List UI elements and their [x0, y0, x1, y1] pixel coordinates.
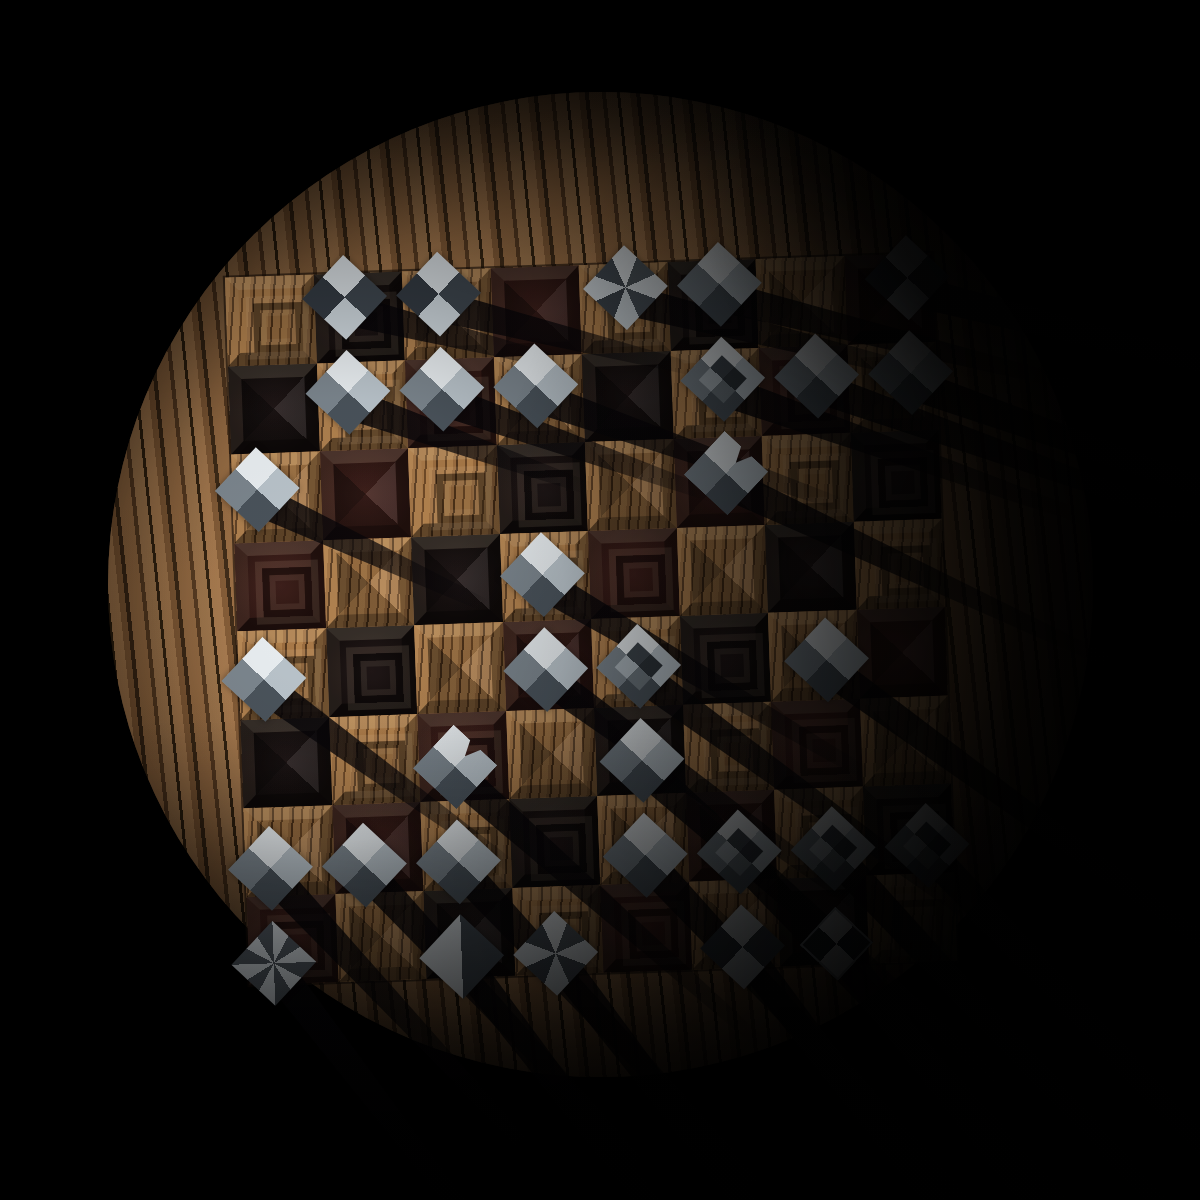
piece-C-r7c7[interactable] [791, 806, 876, 891]
scene [0, 0, 1200, 1200]
piece-facets [416, 819, 501, 904]
piece-O-r6c5[interactable] [600, 718, 685, 803]
piece-O-r2c4[interactable] [493, 343, 578, 428]
piece-facets [305, 350, 390, 435]
piece-facets [500, 532, 585, 617]
piece-facets [603, 813, 688, 898]
piece-O-r4c4[interactable] [500, 532, 585, 617]
piece-facets [791, 806, 876, 891]
piece-O-r2c2[interactable] [305, 350, 390, 435]
chess-board [225, 253, 957, 985]
piece-facets [684, 431, 769, 516]
piece-C-r5c5[interactable] [597, 624, 682, 709]
piece-facets [503, 627, 588, 712]
piece-facets [322, 823, 407, 908]
piece-O-r5c7[interactable] [784, 617, 869, 702]
piece-facets [697, 810, 782, 895]
piece-facets [680, 336, 765, 421]
piece-C-r7c6[interactable] [697, 810, 782, 895]
piece-shadow [919, 844, 1200, 1200]
piece-O-r7c2[interactable] [322, 823, 407, 908]
piece-O-r7c3[interactable] [416, 819, 501, 904]
piece-C-r2c6[interactable] [680, 336, 765, 421]
piece-facets [493, 343, 578, 428]
piece-facets [412, 725, 497, 810]
piece-facets [774, 333, 859, 418]
piece-O-r2c3[interactable] [399, 346, 484, 431]
piece-facets [600, 718, 685, 803]
pieces-layer [225, 253, 957, 985]
piece-facets [597, 624, 682, 709]
piece-O-r7c5[interactable] [603, 813, 688, 898]
piece-facets [784, 617, 869, 702]
piece-O-r2c7[interactable] [774, 333, 859, 418]
piece-O-r5c4[interactable] [503, 627, 588, 712]
piece-N-r6c3[interactable] [412, 725, 497, 810]
piece-facets [399, 346, 484, 431]
piece-N-r3c6[interactable] [684, 431, 769, 516]
